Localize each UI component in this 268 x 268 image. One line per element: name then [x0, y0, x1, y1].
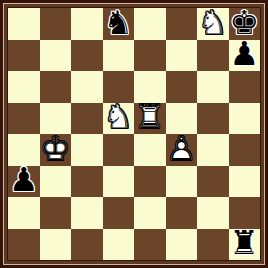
square-e2[interactable]: [134, 197, 166, 229]
white-knight-outline: ♘: [198, 6, 228, 39]
square-f3[interactable]: [166, 166, 198, 198]
piece-black-rook-h1[interactable]: ♜: [229, 229, 261, 261]
piece-white-knight-g8[interactable]: ♞♘: [197, 8, 229, 40]
square-f2[interactable]: [166, 197, 198, 229]
square-e8[interactable]: [134, 8, 166, 40]
square-d1[interactable]: [103, 229, 135, 261]
square-g8[interactable]: ♞♘: [197, 8, 229, 40]
square-a8[interactable]: [8, 8, 40, 40]
square-h3[interactable]: [229, 166, 261, 198]
square-e5[interactable]: ♜♖: [134, 103, 166, 135]
black-rook-glyph: ♜: [229, 226, 259, 259]
square-a2[interactable]: [8, 197, 40, 229]
square-b7[interactable]: [40, 40, 72, 72]
square-h4[interactable]: [229, 134, 261, 166]
square-b2[interactable]: [40, 197, 72, 229]
piece-black-knight-d8[interactable]: ♞: [103, 8, 135, 40]
square-e1[interactable]: [134, 229, 166, 261]
square-a3[interactable]: ♟: [8, 166, 40, 198]
square-c6[interactable]: [71, 71, 103, 103]
square-g1[interactable]: [197, 229, 229, 261]
square-e7[interactable]: [134, 40, 166, 72]
piece-white-knight-d5[interactable]: ♞♘: [103, 103, 135, 135]
square-c1[interactable]: [71, 229, 103, 261]
square-d5[interactable]: ♞♘: [103, 103, 135, 135]
square-c4[interactable]: [71, 134, 103, 166]
square-g3[interactable]: [197, 166, 229, 198]
square-f7[interactable]: [166, 40, 198, 72]
chess-app: ♞♞♘♚♟♞♘♜♖♚♔♟♙♟♜: [0, 0, 268, 268]
square-d2[interactable]: [103, 197, 135, 229]
white-pawn-outline: ♙: [166, 132, 196, 165]
square-d4[interactable]: [103, 134, 135, 166]
white-king-outline: ♔: [40, 132, 70, 165]
piece-white-pawn-f4[interactable]: ♟♙: [166, 134, 198, 166]
square-c7[interactable]: [71, 40, 103, 72]
square-h1[interactable]: ♜: [229, 229, 261, 261]
piece-black-pawn-a3[interactable]: ♟: [8, 166, 40, 198]
square-h7[interactable]: ♟: [229, 40, 261, 72]
board-frame: ♞♞♘♚♟♞♘♜♖♚♔♟♙♟♜: [0, 0, 268, 268]
black-pawn-glyph: ♟: [229, 37, 259, 70]
square-d3[interactable]: [103, 166, 135, 198]
square-g6[interactable]: [197, 71, 229, 103]
square-b1[interactable]: [40, 229, 72, 261]
square-c3[interactable]: [71, 166, 103, 198]
square-c5[interactable]: [71, 103, 103, 135]
square-h5[interactable]: [229, 103, 261, 135]
square-c2[interactable]: [71, 197, 103, 229]
square-a6[interactable]: [8, 71, 40, 103]
white-knight-outline: ♘: [103, 100, 133, 133]
square-b3[interactable]: [40, 166, 72, 198]
square-b6[interactable]: [40, 71, 72, 103]
square-h6[interactable]: [229, 71, 261, 103]
chess-board: ♞♞♘♚♟♞♘♜♖♚♔♟♙♟♜: [8, 8, 260, 260]
square-d7[interactable]: [103, 40, 135, 72]
square-g7[interactable]: [197, 40, 229, 72]
square-a5[interactable]: [8, 103, 40, 135]
square-c8[interactable]: [71, 8, 103, 40]
square-b8[interactable]: [40, 8, 72, 40]
black-knight-glyph: ♞: [103, 6, 133, 39]
black-pawn-glyph: ♟: [9, 163, 39, 196]
square-g4[interactable]: [197, 134, 229, 166]
square-g5[interactable]: [197, 103, 229, 135]
square-f4[interactable]: ♟♙: [166, 134, 198, 166]
square-e4[interactable]: [134, 134, 166, 166]
square-f1[interactable]: [166, 229, 198, 261]
square-a7[interactable]: [8, 40, 40, 72]
square-f6[interactable]: [166, 71, 198, 103]
square-f8[interactable]: [166, 8, 198, 40]
piece-white-king-b4[interactable]: ♚♔: [40, 134, 72, 166]
white-rook-outline: ♖: [135, 100, 165, 133]
square-a1[interactable]: [8, 229, 40, 261]
square-b4[interactable]: ♚♔: [40, 134, 72, 166]
square-g2[interactable]: [197, 197, 229, 229]
square-e3[interactable]: [134, 166, 166, 198]
square-d8[interactable]: ♞: [103, 8, 135, 40]
piece-black-pawn-h7[interactable]: ♟: [229, 40, 261, 72]
piece-white-rook-e5[interactable]: ♜♖: [134, 103, 166, 135]
